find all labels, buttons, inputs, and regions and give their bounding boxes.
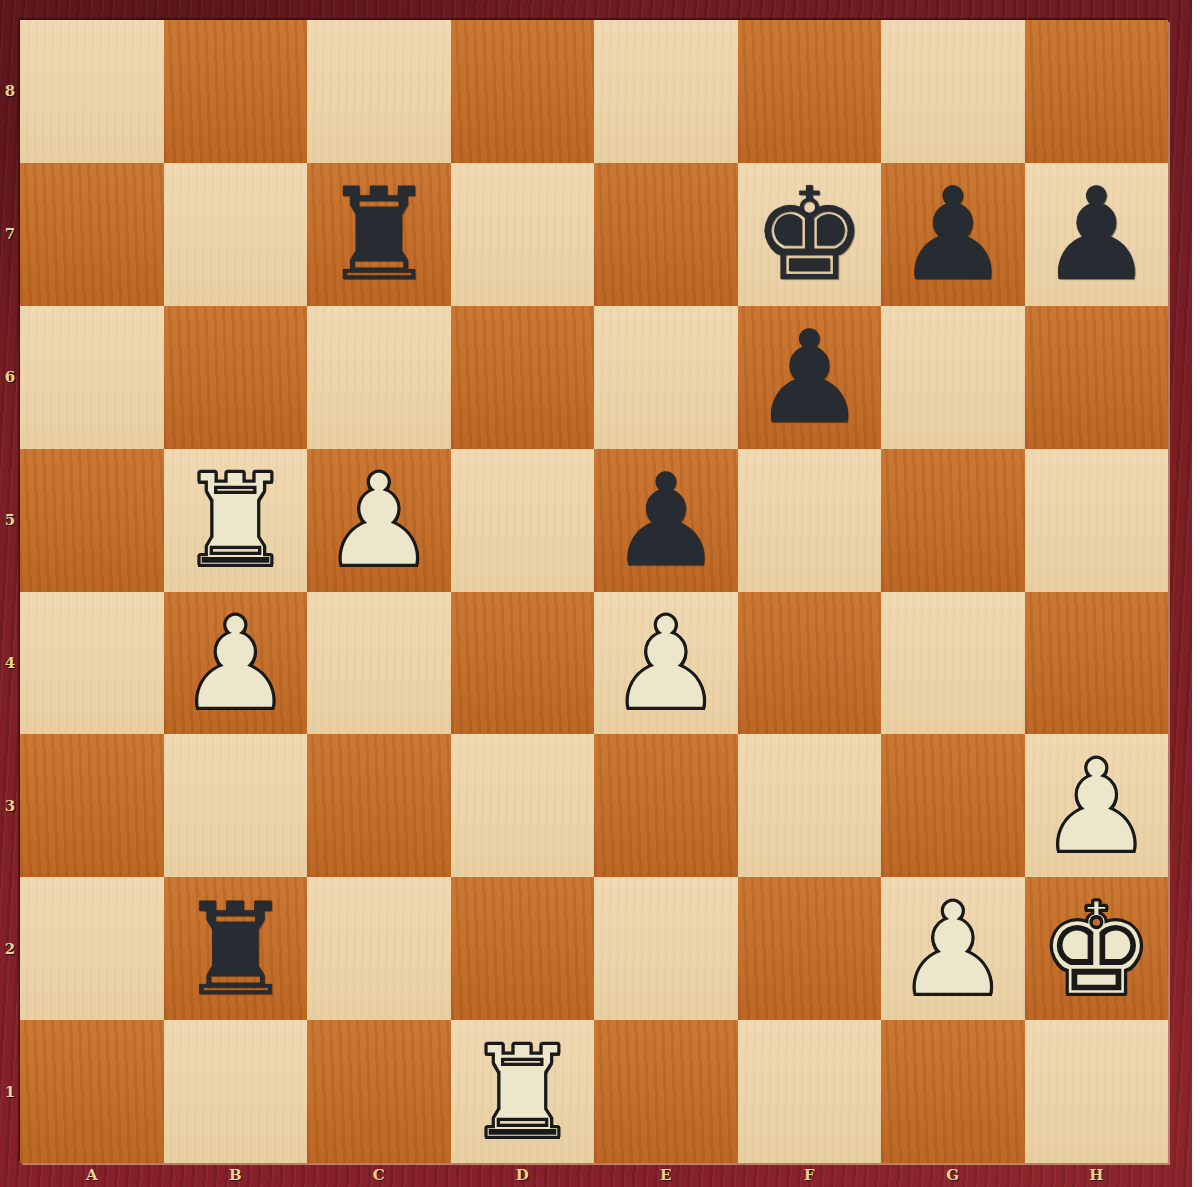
square-h1[interactable] [1025, 1020, 1169, 1163]
square-f3[interactable] [738, 734, 882, 877]
square-c1[interactable] [307, 1020, 451, 1163]
square-b7[interactable] [164, 163, 308, 306]
black-pawn-h7[interactable]: ♟ [1039, 171, 1154, 299]
square-a1[interactable] [20, 1020, 164, 1163]
square-f5[interactable] [738, 449, 882, 592]
square-e3[interactable] [594, 734, 738, 877]
square-h4[interactable] [1025, 592, 1169, 735]
square-a8[interactable] [20, 20, 164, 163]
square-h7[interactable]: ♟ [1025, 163, 1169, 306]
square-b2[interactable]: ♜ [164, 877, 308, 1020]
square-g8[interactable] [881, 20, 1025, 163]
square-b8[interactable] [164, 20, 308, 163]
square-h8[interactable] [1025, 20, 1169, 163]
square-c4[interactable] [307, 592, 451, 735]
white-pawn-g2[interactable]: ♟ [895, 886, 1010, 1014]
square-d6[interactable] [451, 306, 595, 449]
file-label-a: A [20, 1163, 164, 1187]
square-g4[interactable] [881, 592, 1025, 735]
black-king-f7[interactable]: ♚ [752, 171, 867, 299]
white-king-h2[interactable]: ♚ [1039, 886, 1154, 1014]
square-d5[interactable] [451, 449, 595, 592]
file-labels: ABCDEFGH [20, 1163, 1168, 1187]
white-rook-b5[interactable]: ♜ [178, 457, 293, 585]
square-b1[interactable] [164, 1020, 308, 1163]
square-h3[interactable]: ♟ [1025, 734, 1169, 877]
square-d3[interactable] [451, 734, 595, 877]
file-label-b: B [164, 1163, 308, 1187]
white-pawn-h3[interactable]: ♟ [1039, 743, 1154, 871]
square-b6[interactable] [164, 306, 308, 449]
square-f6[interactable]: ♟ [738, 306, 882, 449]
square-h2[interactable]: ♚ [1025, 877, 1169, 1020]
square-e8[interactable] [594, 20, 738, 163]
square-g1[interactable] [881, 1020, 1025, 1163]
square-a5[interactable] [20, 449, 164, 592]
square-f1[interactable] [738, 1020, 882, 1163]
file-label-d: D [451, 1163, 595, 1187]
square-c5[interactable]: ♟ [307, 449, 451, 592]
square-a2[interactable] [20, 877, 164, 1020]
square-c3[interactable] [307, 734, 451, 877]
page: 87654321 ♜♚♟♟♟♜♟♟♟♟♟♜♟♚♜ ABCDEFGH [0, 0, 1200, 1187]
rank-label-5: 5 [0, 449, 20, 592]
square-a6[interactable] [20, 306, 164, 449]
square-f2[interactable] [738, 877, 882, 1020]
square-h5[interactable] [1025, 449, 1169, 592]
file-label-h: H [1025, 1163, 1169, 1187]
square-c6[interactable] [307, 306, 451, 449]
file-label-c: C [307, 1163, 451, 1187]
rank-label-7: 7 [0, 163, 20, 306]
board-frame: 87654321 ♜♚♟♟♟♜♟♟♟♟♟♜♟♚♜ ABCDEFGH [0, 0, 1192, 1187]
file-label-f: F [738, 1163, 882, 1187]
square-a4[interactable] [20, 592, 164, 735]
square-d2[interactable] [451, 877, 595, 1020]
square-f7[interactable]: ♚ [738, 163, 882, 306]
square-c2[interactable] [307, 877, 451, 1020]
square-c7[interactable]: ♜ [307, 163, 451, 306]
rank-label-6: 6 [0, 306, 20, 449]
black-pawn-f6[interactable]: ♟ [752, 314, 867, 442]
square-h6[interactable] [1025, 306, 1169, 449]
rank-labels: 87654321 [0, 20, 20, 1163]
square-e6[interactable] [594, 306, 738, 449]
square-g3[interactable] [881, 734, 1025, 877]
white-pawn-e4[interactable]: ♟ [608, 600, 723, 728]
square-e5[interactable]: ♟ [594, 449, 738, 592]
square-d4[interactable] [451, 592, 595, 735]
black-rook-b2[interactable]: ♜ [178, 886, 293, 1014]
square-g6[interactable] [881, 306, 1025, 449]
square-d1[interactable]: ♜ [451, 1020, 595, 1163]
rank-label-2: 2 [0, 877, 20, 1020]
file-label-g: G [881, 1163, 1025, 1187]
square-a3[interactable] [20, 734, 164, 877]
black-rook-c7[interactable]: ♜ [321, 171, 436, 299]
rank-label-1: 1 [0, 1020, 20, 1163]
square-b5[interactable]: ♜ [164, 449, 308, 592]
white-rook-d1[interactable]: ♜ [465, 1029, 580, 1157]
square-g7[interactable]: ♟ [881, 163, 1025, 306]
square-d7[interactable] [451, 163, 595, 306]
page-background-strip [1192, 0, 1200, 1187]
square-b4[interactable]: ♟ [164, 592, 308, 735]
file-label-e: E [594, 1163, 738, 1187]
black-pawn-g7[interactable]: ♟ [895, 171, 1010, 299]
square-e2[interactable] [594, 877, 738, 1020]
square-f8[interactable] [738, 20, 882, 163]
square-a7[interactable] [20, 163, 164, 306]
rank-label-3: 3 [0, 734, 20, 877]
square-d8[interactable] [451, 20, 595, 163]
square-e7[interactable] [594, 163, 738, 306]
square-c8[interactable] [307, 20, 451, 163]
chess-board: ♜♚♟♟♟♜♟♟♟♟♟♜♟♚♜ [20, 20, 1168, 1163]
square-g2[interactable]: ♟ [881, 877, 1025, 1020]
white-pawn-b4[interactable]: ♟ [178, 600, 293, 728]
square-g5[interactable] [881, 449, 1025, 592]
black-pawn-e5[interactable]: ♟ [608, 457, 723, 585]
rank-label-8: 8 [0, 20, 20, 163]
square-b3[interactable] [164, 734, 308, 877]
square-f4[interactable] [738, 592, 882, 735]
white-pawn-c5[interactable]: ♟ [321, 457, 436, 585]
square-e1[interactable] [594, 1020, 738, 1163]
rank-label-4: 4 [0, 592, 20, 735]
square-e4[interactable]: ♟ [594, 592, 738, 735]
